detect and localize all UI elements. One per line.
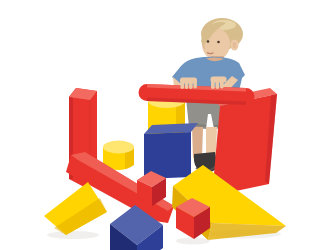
left-hand-finger [185,80,189,90]
right-leg [206,127,217,156]
left-hand-finger [181,80,185,90]
shadow-under-small-cube [176,238,210,245]
shadow-under-left-wedge [47,231,99,239]
left-eye [207,40,210,43]
ear-shadow [233,42,237,48]
left-hand-finger [193,80,197,89]
right-hand-finger [216,79,220,89]
right-hand-finger [220,79,224,89]
foam-blocks-scene [40,16,290,250]
block-square-blue [144,123,198,179]
small-cylinder-top [103,141,134,154]
product-photo [40,16,290,250]
block-small-cylinder [103,141,134,171]
left-hand-finger [189,80,193,90]
right-eye [217,41,220,44]
right-hand-finger [211,79,215,89]
block-small-wedge [44,182,107,235]
